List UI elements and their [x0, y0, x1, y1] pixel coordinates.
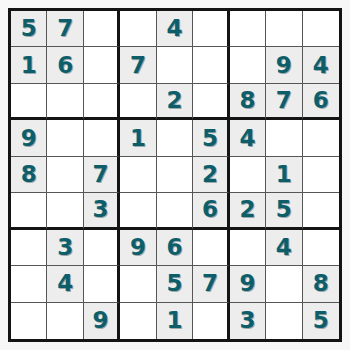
- cell-r6c4[interactable]: [120, 193, 156, 229]
- cell-r9c6[interactable]: [193, 303, 229, 339]
- cell-r4c4[interactable]: 1: [120, 120, 156, 156]
- cell-r2c6[interactable]: [193, 47, 229, 83]
- cell-r9c7[interactable]: 3: [230, 303, 266, 339]
- cell-r7c5[interactable]: 6: [157, 230, 193, 266]
- cell-r3c9[interactable]: 6: [303, 84, 339, 120]
- page: 5741679428769154872136253964457989135: [0, 0, 350, 350]
- cell-r4c1[interactable]: 9: [11, 120, 47, 156]
- cell-r1c7[interactable]: [230, 11, 266, 47]
- cell-r3c8[interactable]: 7: [266, 84, 302, 120]
- cell-r8c9[interactable]: 8: [303, 266, 339, 302]
- cell-r3c4[interactable]: [120, 84, 156, 120]
- cell-r9c8[interactable]: [266, 303, 302, 339]
- cell-r7c6[interactable]: [193, 230, 229, 266]
- cell-r5c8[interactable]: 1: [266, 157, 302, 193]
- cell-r2c3[interactable]: [84, 47, 120, 83]
- cell-r6c6[interactable]: 6: [193, 193, 229, 229]
- cell-r3c2[interactable]: [47, 84, 83, 120]
- cell-r1c4[interactable]: [120, 11, 156, 47]
- cell-r9c5[interactable]: 1: [157, 303, 193, 339]
- cell-r8c2[interactable]: 4: [47, 266, 83, 302]
- cell-r2c5[interactable]: [157, 47, 193, 83]
- cell-r6c9[interactable]: [303, 193, 339, 229]
- cell-r4c9[interactable]: [303, 120, 339, 156]
- cell-r4c6[interactable]: 5: [193, 120, 229, 156]
- cell-r1c1[interactable]: 5: [11, 11, 47, 47]
- cell-r9c4[interactable]: [120, 303, 156, 339]
- cell-r6c3[interactable]: 3: [84, 193, 120, 229]
- cell-r4c3[interactable]: [84, 120, 120, 156]
- cell-r5c9[interactable]: [303, 157, 339, 193]
- cell-r8c6[interactable]: 7: [193, 266, 229, 302]
- cell-r8c4[interactable]: [120, 266, 156, 302]
- cell-r2c1[interactable]: 1: [11, 47, 47, 83]
- cell-r6c7[interactable]: 2: [230, 193, 266, 229]
- cell-r2c9[interactable]: 4: [303, 47, 339, 83]
- cell-r1c6[interactable]: [193, 11, 229, 47]
- cell-r5c1[interactable]: 8: [11, 157, 47, 193]
- sudoku-board: 5741679428769154872136253964457989135: [8, 8, 342, 342]
- cell-r6c8[interactable]: 5: [266, 193, 302, 229]
- cell-r3c1[interactable]: [11, 84, 47, 120]
- cell-r7c3[interactable]: [84, 230, 120, 266]
- cell-r7c1[interactable]: [11, 230, 47, 266]
- cell-r5c5[interactable]: [157, 157, 193, 193]
- cell-r1c2[interactable]: 7: [47, 11, 83, 47]
- cell-r9c3[interactable]: 9: [84, 303, 120, 339]
- cell-r6c1[interactable]: [11, 193, 47, 229]
- cell-r7c7[interactable]: [230, 230, 266, 266]
- cell-r5c7[interactable]: [230, 157, 266, 193]
- cell-r3c3[interactable]: [84, 84, 120, 120]
- cell-r7c2[interactable]: 3: [47, 230, 83, 266]
- cell-r2c2[interactable]: 6: [47, 47, 83, 83]
- cell-r1c9[interactable]: [303, 11, 339, 47]
- cell-r5c3[interactable]: 7: [84, 157, 120, 193]
- cell-r5c2[interactable]: [47, 157, 83, 193]
- cell-r4c7[interactable]: 4: [230, 120, 266, 156]
- cell-r5c6[interactable]: 2: [193, 157, 229, 193]
- cell-r6c5[interactable]: [157, 193, 193, 229]
- cell-r8c7[interactable]: 9: [230, 266, 266, 302]
- cell-r7c9[interactable]: [303, 230, 339, 266]
- cell-r3c5[interactable]: 2: [157, 84, 193, 120]
- cell-r9c9[interactable]: 5: [303, 303, 339, 339]
- cell-r8c3[interactable]: [84, 266, 120, 302]
- cell-r7c4[interactable]: 9: [120, 230, 156, 266]
- cell-r9c1[interactable]: [11, 303, 47, 339]
- cell-r4c5[interactable]: [157, 120, 193, 156]
- cell-r7c8[interactable]: 4: [266, 230, 302, 266]
- cell-r2c8[interactable]: 9: [266, 47, 302, 83]
- cell-r2c4[interactable]: 7: [120, 47, 156, 83]
- cell-r3c6[interactable]: [193, 84, 229, 120]
- cell-r1c3[interactable]: [84, 11, 120, 47]
- cell-r4c8[interactable]: [266, 120, 302, 156]
- cell-r8c8[interactable]: [266, 266, 302, 302]
- cell-r1c5[interactable]: 4: [157, 11, 193, 47]
- cell-r3c7[interactable]: 8: [230, 84, 266, 120]
- cell-r6c2[interactable]: [47, 193, 83, 229]
- cell-r9c2[interactable]: [47, 303, 83, 339]
- cell-r2c7[interactable]: [230, 47, 266, 83]
- cell-r1c8[interactable]: [266, 11, 302, 47]
- cell-r8c1[interactable]: [11, 266, 47, 302]
- cell-r5c4[interactable]: [120, 157, 156, 193]
- cell-r4c2[interactable]: [47, 120, 83, 156]
- cell-r8c5[interactable]: 5: [157, 266, 193, 302]
